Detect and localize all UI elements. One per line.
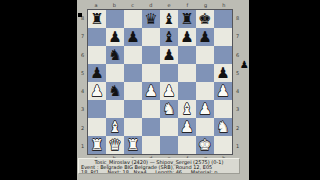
white-bishop: ♝ (108, 118, 121, 136)
white-rook: ♜ (90, 136, 103, 154)
square-d1[interactable] (142, 136, 160, 154)
square-g1[interactable]: ♚ (196, 136, 214, 154)
black-to-move-indicator (78, 13, 82, 17)
square-b6[interactable]: ♞ (106, 46, 124, 64)
square-h5[interactable]: ♟ (214, 64, 232, 82)
square-f6[interactable] (178, 46, 196, 64)
white-pawn: ♟ (216, 82, 229, 100)
square-a5[interactable]: ♟ (88, 64, 106, 82)
file-labels-top: abcdefgh (87, 2, 233, 8)
black-knight: ♞ (108, 46, 121, 64)
square-g5[interactable] (196, 64, 214, 82)
next-move: Next: 18...Nxa4 (108, 169, 147, 174)
square-f1[interactable] (178, 136, 196, 154)
rank-label-left-3: 3 (81, 106, 84, 112)
file-label-top-h: h (215, 2, 233, 8)
square-e5[interactable] (160, 64, 178, 82)
square-h3[interactable] (214, 100, 232, 118)
black-pawn: ♟ (90, 64, 103, 82)
file-label-top-b: b (105, 2, 123, 8)
square-f5[interactable] (178, 64, 196, 82)
rank-label-right-2: 2 (236, 125, 239, 131)
caption-panel: Tosic_Miroslav (2420) — Shipov_Sergei (2… (78, 158, 240, 174)
black-pawn: ♟ (108, 28, 121, 46)
file-label-top-a: a (87, 2, 105, 8)
square-c3[interactable] (124, 100, 142, 118)
square-a3[interactable] (88, 100, 106, 118)
square-f2[interactable]: ♟ (178, 118, 196, 136)
square-h1[interactable] (214, 136, 232, 154)
white-pawn: ♟ (144, 82, 157, 100)
rank-label-left-7: 7 (81, 33, 84, 39)
square-g7[interactable]: ♟ (196, 28, 214, 46)
square-d5[interactable] (142, 64, 160, 82)
white-knight: ♞ (162, 100, 175, 118)
black-knight: ♞ (108, 82, 121, 100)
square-b3[interactable] (106, 100, 124, 118)
material-status: Material: p (191, 169, 218, 174)
rank-label-left-4: 4 (81, 88, 84, 94)
square-d7[interactable] (142, 28, 160, 46)
square-c1[interactable]: ♜ (124, 136, 142, 154)
rank-label-right-7: 7 (236, 33, 239, 39)
square-a7[interactable] (88, 28, 106, 46)
rank-label-right-1: 1 (236, 143, 239, 149)
square-h2[interactable]: ♞ (214, 118, 232, 136)
file-label-top-c: c (124, 2, 142, 8)
rank-labels-right: 87654321 (236, 9, 239, 155)
black-queen: ♛ (144, 10, 157, 28)
chess-diagram: abcdefgh 87654321 87654321 abcdefgh ♜♛♝♜… (77, 0, 249, 180)
square-d3[interactable] (142, 100, 160, 118)
file-label-top-f: f (178, 2, 196, 8)
square-b8[interactable] (106, 10, 124, 28)
white-knight: ♞ (216, 118, 229, 136)
rank-label-right-4: 4 (236, 88, 239, 94)
square-f8[interactable]: ♜ (178, 10, 196, 28)
rank-label-right-3: 3 (236, 106, 239, 112)
square-f7[interactable]: ♟ (178, 28, 196, 46)
black-king: ♚ (198, 10, 211, 28)
square-h4[interactable]: ♟ (214, 82, 232, 100)
square-e4[interactable]: ♟ (160, 82, 178, 100)
square-d8[interactable]: ♛ (142, 10, 160, 28)
square-c8[interactable] (124, 10, 142, 28)
black-pawn: ♟ (162, 46, 175, 64)
square-b4[interactable]: ♞ (106, 82, 124, 100)
square-f4[interactable] (178, 82, 196, 100)
square-e8[interactable]: ♝ (160, 10, 178, 28)
black-pawn: ♟ (180, 28, 193, 46)
black-bishop: ♝ (162, 10, 175, 28)
rank-labels-left: 87654321 (81, 9, 84, 155)
game-length: Length: 46 (155, 169, 182, 174)
white-rook: ♜ (126, 136, 139, 154)
square-f3[interactable]: ♝ (178, 100, 196, 118)
square-a1[interactable]: ♜ (88, 136, 106, 154)
square-a6[interactable] (88, 46, 106, 64)
last-move: 18. Rf1 (81, 169, 99, 174)
material-black-pawn-icon: ♟ (240, 60, 249, 70)
black-pawn: ♟ (126, 28, 139, 46)
rank-label-right-8: 8 (236, 15, 239, 21)
square-e3[interactable]: ♞ (160, 100, 178, 118)
square-g4[interactable] (196, 82, 214, 100)
black-pawn: ♟ (216, 64, 229, 82)
square-c6[interactable] (124, 46, 142, 64)
rank-label-right-6: 6 (236, 52, 239, 58)
square-d4[interactable]: ♟ (142, 82, 160, 100)
square-e1[interactable] (160, 136, 178, 154)
status-line: 18. Rf1 Next: 18...Nxa4 Length: 46 Mater… (79, 170, 239, 174)
square-b1[interactable]: ♛ (106, 136, 124, 154)
square-g2[interactable] (196, 118, 214, 136)
square-e2[interactable] (160, 118, 178, 136)
white-pawn: ♟ (180, 118, 193, 136)
rank-label-left-5: 5 (81, 70, 84, 76)
square-g6[interactable] (196, 46, 214, 64)
square-b5[interactable] (106, 64, 124, 82)
white-queen: ♛ (108, 136, 121, 154)
rank-label-left-6: 6 (81, 52, 84, 58)
rank-label-left-2: 2 (81, 125, 84, 131)
square-g8[interactable]: ♚ (196, 10, 214, 28)
black-rook: ♜ (180, 10, 193, 28)
rank-label-right-5: 5 (236, 70, 239, 76)
square-c4[interactable] (124, 82, 142, 100)
white-king: ♚ (198, 136, 211, 154)
square-b2[interactable]: ♝ (106, 118, 124, 136)
white-pawn: ♟ (198, 100, 211, 118)
square-a2[interactable] (88, 118, 106, 136)
square-h7[interactable] (214, 28, 232, 46)
board: ♜♛♝♜♚♟♟♝♟♟♞♟♟♟♟♞♟♟♟♞♝♟♝♟♞♜♛♜♚ (87, 9, 233, 155)
square-d2[interactable] (142, 118, 160, 136)
rank-label-left-1: 1 (81, 143, 84, 149)
square-c5[interactable] (124, 64, 142, 82)
square-c7[interactable]: ♟ (124, 28, 142, 46)
square-h6[interactable] (214, 46, 232, 64)
black-pawn: ♟ (198, 28, 211, 46)
square-c2[interactable] (124, 118, 142, 136)
square-b7[interactable]: ♟ (106, 28, 124, 46)
white-bishop: ♝ (180, 100, 193, 118)
square-a4[interactable]: ♟ (88, 82, 106, 100)
file-label-top-g: g (197, 2, 215, 8)
square-a8[interactable]: ♜ (88, 10, 106, 28)
black-bishop: ♝ (162, 28, 175, 46)
black-rook: ♜ (90, 10, 103, 28)
square-e6[interactable]: ♟ (160, 46, 178, 64)
white-pawn: ♟ (162, 82, 175, 100)
file-label-top-d: d (142, 2, 160, 8)
square-g3[interactable]: ♟ (196, 100, 214, 118)
white-pawn: ♟ (90, 82, 103, 100)
square-h8[interactable] (214, 10, 232, 28)
file-label-top-e: e (160, 2, 178, 8)
video-frame: abcdefgh 87654321 87654321 abcdefgh ♜♛♝♜… (0, 0, 320, 180)
square-e7[interactable]: ♝ (160, 28, 178, 46)
square-d6[interactable] (142, 46, 160, 64)
